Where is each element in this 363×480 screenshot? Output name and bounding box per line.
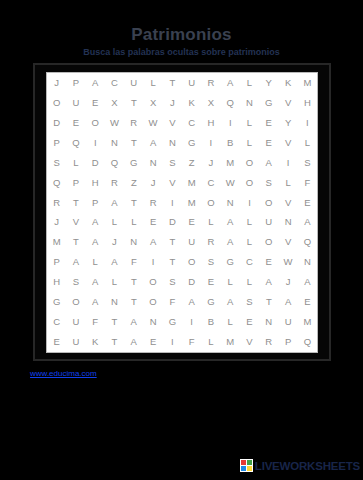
grid-cell[interactable]: P <box>278 332 297 352</box>
grid-cell[interactable]: D <box>86 152 105 172</box>
grid-cell[interactable]: T <box>124 192 143 212</box>
grid-cell[interactable]: M <box>221 332 240 352</box>
grid-cell[interactable]: U <box>66 312 85 332</box>
grid-cell[interactable]: S <box>259 172 278 192</box>
grid-cell[interactable]: L <box>66 152 85 172</box>
grid-cell[interactable]: O <box>201 192 220 212</box>
grid-cell[interactable]: O <box>240 152 259 172</box>
grid-cell[interactable]: L <box>240 132 259 152</box>
grid-cell[interactable]: A <box>124 332 143 352</box>
grid-cell[interactable]: G <box>47 292 66 312</box>
grid-cell[interactable]: E <box>86 92 105 112</box>
grid-cell[interactable]: H <box>47 272 66 292</box>
grid-cell[interactable]: N <box>143 312 162 332</box>
grid-cell[interactable]: P <box>66 73 85 93</box>
grid-cell[interactable]: A <box>298 272 317 292</box>
grid-cell[interactable]: N <box>143 152 162 172</box>
grid-cell[interactable]: J <box>47 212 66 232</box>
grid-cell[interactable]: N <box>278 212 297 232</box>
grid-cell[interactable]: T <box>124 292 143 312</box>
grid-cell[interactable]: K <box>182 92 201 112</box>
grid-cell[interactable]: U <box>66 92 85 112</box>
grid-cell[interactable]: J <box>143 172 162 192</box>
grid-cell[interactable]: O <box>259 192 278 212</box>
grid-cell[interactable]: X <box>143 92 162 112</box>
grid-cell[interactable]: E <box>259 112 278 132</box>
grid-cell[interactable]: N <box>163 132 182 152</box>
grid-cell[interactable]: L <box>124 212 143 232</box>
grid-cell[interactable]: F <box>86 312 105 332</box>
grid-cell[interactable]: Q <box>105 152 124 172</box>
grid-cell[interactable]: H <box>201 112 220 132</box>
grid-cell[interactable]: A <box>221 212 240 232</box>
word-search-panel: JPACULTURALYKMOUEXTXJKXQNGVHDEOWRWVCHILE… <box>46 72 318 353</box>
grid-cell[interactable]: A <box>86 272 105 292</box>
grid-cell[interactable]: S <box>298 152 317 172</box>
grid-cell[interactable]: U <box>259 212 278 232</box>
grid-cell[interactable]: G <box>201 292 220 312</box>
grid-cell[interactable]: L <box>201 332 220 352</box>
grid-cell[interactable]: P <box>47 132 66 152</box>
grid-cell[interactable]: E <box>182 212 201 232</box>
grid-cell[interactable]: L <box>240 232 259 252</box>
grid-cell[interactable]: T <box>124 132 143 152</box>
grid-cell[interactable]: I <box>278 152 297 172</box>
grid-cell[interactable]: V <box>278 192 297 212</box>
grid-cell[interactable]: I <box>221 112 240 132</box>
grid-cell[interactable]: J <box>278 272 297 292</box>
grid-cell[interactable]: T <box>124 272 143 292</box>
grid-cell[interactable]: A <box>86 73 105 93</box>
grid-cell[interactable]: T <box>163 252 182 272</box>
grid-cell[interactable]: A <box>182 292 201 312</box>
grid-cell[interactable]: E <box>240 312 259 332</box>
grid-cell[interactable]: E <box>298 192 317 212</box>
grid-cell[interactable]: F <box>298 172 317 192</box>
grid-cell[interactable]: D <box>47 112 66 132</box>
grid-cell[interactable]: T <box>259 292 278 312</box>
grid-cell[interactable]: A <box>259 272 278 292</box>
grid-cell[interactable]: E <box>298 292 317 312</box>
grid-cell[interactable]: M <box>298 312 317 332</box>
grid-cell[interactable]: L <box>298 132 317 152</box>
grid-cell[interactable]: L <box>221 312 240 332</box>
grid-cell[interactable]: N <box>105 132 124 152</box>
grid-cell[interactable]: M <box>47 232 66 252</box>
grid-cell[interactable]: A <box>221 73 240 93</box>
grid-cell[interactable]: S <box>240 292 259 312</box>
grid-cell[interactable]: K <box>278 73 297 93</box>
grid-cell[interactable]: Z <box>124 172 143 192</box>
grid-cell[interactable]: D <box>182 272 201 292</box>
grid-cell[interactable]: R <box>105 172 124 192</box>
grid-cell[interactable]: I <box>163 332 182 352</box>
grid-cell[interactable]: Q <box>66 132 85 152</box>
grid-cell[interactable]: N <box>259 312 278 332</box>
grid-cell[interactable]: I <box>86 132 105 152</box>
grid-cell[interactable]: O <box>47 92 66 112</box>
grid-cell[interactable]: A <box>124 312 143 332</box>
grid-cell[interactable]: X <box>105 92 124 112</box>
educima-link[interactable]: www.educima.com <box>30 369 97 378</box>
grid-cell[interactable]: G <box>221 252 240 272</box>
grid-cell[interactable]: O <box>66 292 85 312</box>
grid-cell[interactable]: A <box>143 132 162 152</box>
page-title: Patrimonios <box>0 25 363 45</box>
grid-cell[interactable]: O <box>143 272 162 292</box>
grid-cell[interactable]: E <box>259 252 278 272</box>
grid-cell[interactable]: L <box>278 172 297 192</box>
grid-cell[interactable]: T <box>105 332 124 352</box>
grid-cell[interactable]: C <box>240 252 259 272</box>
grid-cell[interactable]: A <box>86 212 105 232</box>
grid-cell[interactable]: E <box>143 212 162 232</box>
grid-cell[interactable]: Q <box>298 332 317 352</box>
grid-cell[interactable]: P <box>66 172 85 192</box>
grid-cell[interactable]: R <box>259 332 278 352</box>
grid-cell[interactable]: C <box>47 312 66 332</box>
grid-cell[interactable]: M <box>298 73 317 93</box>
grid-cell[interactable]: T <box>105 312 124 332</box>
grid-cell[interactable]: T <box>124 92 143 112</box>
grid-cell[interactable]: A <box>105 252 124 272</box>
grid-cell[interactable]: R <box>143 192 162 212</box>
grid-cell[interactable]: G <box>182 132 201 152</box>
grid-cell[interactable]: J <box>47 73 66 93</box>
word-search-frame: JPACULTURALYKMOUEXTXJKXQNGVHDEOWRWVCHILE… <box>33 63 331 361</box>
grid-cell[interactable]: E <box>66 112 85 132</box>
grid-cell[interactable]: T <box>163 73 182 93</box>
grid-cell[interactable]: A <box>86 292 105 312</box>
grid-cell[interactable]: T <box>66 232 85 252</box>
grid-cell[interactable]: L <box>105 272 124 292</box>
grid-cell[interactable]: V <box>278 132 297 152</box>
grid-cell[interactable]: C <box>105 73 124 93</box>
grid-cell[interactable]: O <box>143 292 162 312</box>
grid-cell[interactable]: U <box>182 73 201 93</box>
grid-cell[interactable]: N <box>105 292 124 312</box>
grid-cell[interactable]: M <box>182 172 201 192</box>
grid-cell[interactable]: Q <box>298 232 317 252</box>
grid-cell[interactable]: I <box>240 192 259 212</box>
grid-cell[interactable]: F <box>124 252 143 272</box>
grid-cell[interactable]: M <box>221 152 240 172</box>
grid-cell[interactable]: V <box>278 232 297 252</box>
grid-cell[interactable]: C <box>201 172 220 192</box>
grid-cell[interactable]: P <box>47 252 66 272</box>
grid-cell[interactable]: B <box>201 312 220 332</box>
grid-cell[interactable]: N <box>221 192 240 212</box>
grid-cell[interactable]: W <box>143 112 162 132</box>
grid-cell[interactable]: A <box>259 152 278 172</box>
grid-cell[interactable]: R <box>47 192 66 212</box>
grid-cell[interactable]: E <box>47 332 66 352</box>
grid-cell[interactable]: G <box>124 152 143 172</box>
grid-cell[interactable]: K <box>86 332 105 352</box>
grid-cell[interactable]: N <box>240 92 259 112</box>
grid-cell[interactable]: M <box>182 192 201 212</box>
grid-cell[interactable]: U <box>278 312 297 332</box>
grid-cell[interactable]: S <box>163 272 182 292</box>
grid-cell[interactable]: H <box>298 92 317 112</box>
grid-cell[interactable]: A <box>86 232 105 252</box>
grid-cell[interactable]: W <box>105 112 124 132</box>
grid-cell[interactable]: V <box>278 92 297 112</box>
grid-cell[interactable]: R <box>201 73 220 93</box>
grid-cell[interactable]: V <box>163 172 182 192</box>
grid-cell[interactable]: T <box>66 192 85 212</box>
grid-cell[interactable]: L <box>221 272 240 292</box>
grid-cell[interactable]: A <box>278 292 297 312</box>
grid-cell[interactable]: L <box>240 212 259 232</box>
liveworksheets-squares-icon <box>240 459 253 472</box>
grid-cell[interactable]: O <box>182 252 201 272</box>
grid-cell[interactable]: I <box>182 312 201 332</box>
grid-cell[interactable]: L <box>143 73 162 93</box>
grid-cell[interactable]: J <box>163 92 182 112</box>
grid-cell[interactable]: E <box>143 332 162 352</box>
grid-cell[interactable]: F <box>163 292 182 312</box>
grid-cell[interactable]: Q <box>47 172 66 192</box>
page-subtitle: Busca las palabras ocultas sobre patrimo… <box>0 47 363 57</box>
grid-cell[interactable]: O <box>240 172 259 192</box>
grid-cell[interactable]: P <box>86 192 105 212</box>
grid-cell[interactable]: V <box>66 212 85 232</box>
grid-cell[interactable]: L <box>201 212 220 232</box>
grid-cell[interactable]: X <box>201 92 220 112</box>
grid-cell[interactable]: G <box>163 312 182 332</box>
grid-cell[interactable]: R <box>201 232 220 252</box>
grid-cell[interactable]: W <box>221 172 240 192</box>
grid-cell[interactable]: E <box>201 272 220 292</box>
grid-cell[interactable]: U <box>182 232 201 252</box>
liveworksheets-logo[interactable]: LIVEWORKSHEETS <box>240 459 360 472</box>
grid-cell[interactable]: L <box>240 73 259 93</box>
grid-cell[interactable]: E <box>259 132 278 152</box>
grid-cell[interactable]: I <box>201 132 220 152</box>
grid-cell[interactable]: Z <box>182 152 201 172</box>
grid-cell[interactable]: O <box>86 112 105 132</box>
grid-cell[interactable]: A <box>298 212 317 232</box>
grid-cell[interactable]: C <box>182 112 201 132</box>
grid-cell[interactable]: S <box>201 252 220 272</box>
grid-cell[interactable]: S <box>47 152 66 172</box>
grid-cell[interactable]: L <box>86 252 105 272</box>
grid-cell[interactable]: L <box>105 212 124 232</box>
grid-cell[interactable]: R <box>124 112 143 132</box>
grid-cell[interactable]: B <box>221 132 240 152</box>
grid-cell[interactable]: D <box>163 212 182 232</box>
grid-cell[interactable]: I <box>143 252 162 272</box>
grid-cell[interactable]: J <box>201 152 220 172</box>
grid-cell[interactable]: O <box>259 232 278 252</box>
grid-cell[interactable]: Y <box>278 112 297 132</box>
grid-cell[interactable]: L <box>240 112 259 132</box>
grid-cell[interactable]: A <box>105 192 124 212</box>
grid-cell[interactable]: S <box>66 272 85 292</box>
grid-cell[interactable]: U <box>124 73 143 93</box>
grid-cell[interactable]: H <box>86 172 105 192</box>
grid-cell[interactable]: S <box>163 152 182 172</box>
liveworksheets-wordmark: LIVEWORKSHEETS <box>255 460 360 472</box>
grid-cell[interactable]: L <box>240 272 259 292</box>
grid-cell[interactable]: A <box>66 252 85 272</box>
grid-cell[interactable]: T <box>163 232 182 252</box>
grid-cell[interactable]: A <box>221 292 240 312</box>
grid-cell[interactable]: I <box>298 112 317 132</box>
grid-cell[interactable]: Q <box>221 92 240 112</box>
grid-cell[interactable]: V <box>163 112 182 132</box>
grid-cell[interactable]: A <box>221 232 240 252</box>
grid-cell[interactable]: I <box>163 192 182 212</box>
grid-cell[interactable]: N <box>298 252 317 272</box>
grid-cell[interactable]: Y <box>259 73 278 93</box>
grid-cell[interactable]: V <box>240 332 259 352</box>
grid-cell[interactable]: N <box>124 232 143 252</box>
grid-cell[interactable]: U <box>66 332 85 352</box>
grid-cell[interactable]: G <box>259 92 278 112</box>
grid-cell[interactable]: A <box>143 232 162 252</box>
grid-cell[interactable]: J <box>105 232 124 252</box>
grid-cell[interactable]: W <box>278 252 297 272</box>
grid-cell[interactable]: F <box>182 332 201 352</box>
